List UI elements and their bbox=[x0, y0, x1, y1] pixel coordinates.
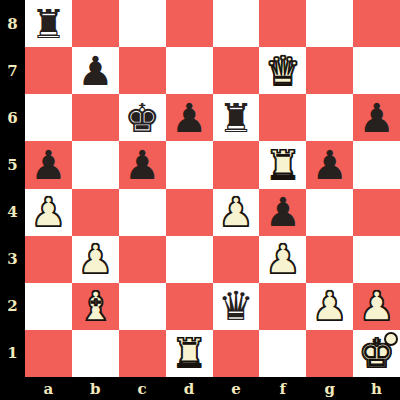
file-label-c: c bbox=[119, 377, 166, 400]
black-pawn-c5[interactable]: ♟ bbox=[124, 145, 160, 185]
square-f1[interactable] bbox=[259, 330, 306, 377]
square-h6[interactable]: ♟ bbox=[353, 94, 400, 141]
square-g3[interactable] bbox=[306, 236, 353, 283]
square-g6[interactable] bbox=[306, 94, 353, 141]
square-e1[interactable] bbox=[213, 330, 260, 377]
black-rook-a8[interactable]: ♜ bbox=[31, 4, 67, 44]
square-b5[interactable] bbox=[72, 141, 119, 188]
square-b3[interactable]: ♟ bbox=[72, 236, 119, 283]
square-g5[interactable]: ♟ bbox=[306, 141, 353, 188]
square-a8[interactable]: ♜ bbox=[25, 0, 72, 47]
white-pawn-a4[interactable]: ♟ bbox=[31, 192, 67, 232]
rank-label-5: 5 bbox=[0, 141, 25, 188]
file-label-g: g bbox=[306, 377, 353, 400]
square-a7[interactable] bbox=[25, 47, 72, 94]
square-a1[interactable] bbox=[25, 330, 72, 377]
square-a6[interactable] bbox=[25, 94, 72, 141]
black-pawn-h6[interactable]: ♟ bbox=[359, 98, 395, 138]
square-d6[interactable]: ♟ bbox=[166, 94, 213, 141]
white-rook-f5[interactable]: ♜ bbox=[265, 145, 301, 185]
black-rook-e6[interactable]: ♜ bbox=[218, 98, 254, 138]
square-g4[interactable] bbox=[306, 189, 353, 236]
square-f3[interactable]: ♟ bbox=[259, 236, 306, 283]
black-pawn-d6[interactable]: ♟ bbox=[171, 98, 207, 138]
white-rook-d1[interactable]: ♜ bbox=[171, 333, 207, 373]
square-f4[interactable]: ♟ bbox=[259, 189, 306, 236]
square-h8[interactable] bbox=[353, 0, 400, 47]
square-d5[interactable] bbox=[166, 141, 213, 188]
square-e3[interactable] bbox=[213, 236, 260, 283]
square-g8[interactable] bbox=[306, 0, 353, 47]
black-king-c6[interactable]: ♚ bbox=[124, 98, 160, 138]
square-g2[interactable]: ♟ bbox=[306, 283, 353, 330]
file-label-e: e bbox=[213, 377, 260, 400]
square-a5[interactable]: ♟ bbox=[25, 141, 72, 188]
square-h1[interactable]: ♚ bbox=[353, 330, 400, 377]
square-e8[interactable] bbox=[213, 0, 260, 47]
square-c3[interactable] bbox=[119, 236, 166, 283]
white-pawn-e4[interactable]: ♟ bbox=[218, 192, 254, 232]
square-e6[interactable]: ♜ bbox=[213, 94, 260, 141]
square-a4[interactable]: ♟ bbox=[25, 189, 72, 236]
black-queen-e2[interactable]: ♛ bbox=[218, 286, 254, 326]
square-b6[interactable] bbox=[72, 94, 119, 141]
white-pawn-g2[interactable]: ♟ bbox=[312, 286, 348, 326]
square-c1[interactable] bbox=[119, 330, 166, 377]
white-queen-f7[interactable]: ♛ bbox=[265, 51, 301, 91]
file-label-a: a bbox=[25, 377, 72, 400]
rank-label-4: 4 bbox=[0, 189, 25, 236]
white-pawn-h2[interactable]: ♟ bbox=[359, 286, 395, 326]
square-c8[interactable] bbox=[119, 0, 166, 47]
rank-label-6: 6 bbox=[0, 94, 25, 141]
white-pawn-b3[interactable]: ♟ bbox=[77, 239, 113, 279]
square-a3[interactable] bbox=[25, 236, 72, 283]
file-label-b: b bbox=[72, 377, 119, 400]
square-f7[interactable]: ♛ bbox=[259, 47, 306, 94]
square-e4[interactable]: ♟ bbox=[213, 189, 260, 236]
square-e2[interactable]: ♛ bbox=[213, 283, 260, 330]
black-pawn-a5[interactable]: ♟ bbox=[31, 145, 67, 185]
black-pawn-g5[interactable]: ♟ bbox=[312, 145, 348, 185]
square-g7[interactable] bbox=[306, 47, 353, 94]
square-f5[interactable]: ♜ bbox=[259, 141, 306, 188]
rank-label-3: 3 bbox=[0, 236, 25, 283]
square-d2[interactable] bbox=[166, 283, 213, 330]
square-c5[interactable]: ♟ bbox=[119, 141, 166, 188]
square-d1[interactable]: ♜ bbox=[166, 330, 213, 377]
chess-board: 8♜7♟♛6♚♟♜♟5♟♟♜♟4♟♟♟3♟♟2♝♛♟♟1♜♚abcdefgh bbox=[0, 0, 400, 400]
square-d3[interactable] bbox=[166, 236, 213, 283]
square-h2[interactable]: ♟ bbox=[353, 283, 400, 330]
square-h3[interactable] bbox=[353, 236, 400, 283]
square-b4[interactable] bbox=[72, 189, 119, 236]
square-c2[interactable] bbox=[119, 283, 166, 330]
square-h7[interactable] bbox=[353, 47, 400, 94]
board-corner bbox=[0, 377, 25, 400]
white-bishop-b2[interactable]: ♝ bbox=[77, 286, 113, 326]
square-b2[interactable]: ♝ bbox=[72, 283, 119, 330]
rank-label-8: 8 bbox=[0, 0, 25, 47]
file-label-h: h bbox=[353, 377, 400, 400]
square-c7[interactable] bbox=[119, 47, 166, 94]
square-h5[interactable] bbox=[353, 141, 400, 188]
square-c4[interactable] bbox=[119, 189, 166, 236]
square-f6[interactable] bbox=[259, 94, 306, 141]
square-b1[interactable] bbox=[72, 330, 119, 377]
square-a2[interactable] bbox=[25, 283, 72, 330]
side-to-move-dot bbox=[384, 332, 398, 346]
square-b7[interactable]: ♟ bbox=[72, 47, 119, 94]
white-pawn-f3[interactable]: ♟ bbox=[265, 239, 301, 279]
rank-label-1: 1 bbox=[0, 330, 25, 377]
black-pawn-f4[interactable]: ♟ bbox=[265, 192, 301, 232]
square-e7[interactable] bbox=[213, 47, 260, 94]
rank-label-2: 2 bbox=[0, 283, 25, 330]
black-pawn-b7[interactable]: ♟ bbox=[77, 51, 113, 91]
square-d8[interactable] bbox=[166, 0, 213, 47]
file-label-f: f bbox=[259, 377, 306, 400]
square-e5[interactable] bbox=[213, 141, 260, 188]
file-label-d: d bbox=[166, 377, 213, 400]
square-g1[interactable] bbox=[306, 330, 353, 377]
rank-label-7: 7 bbox=[0, 47, 25, 94]
square-b8[interactable] bbox=[72, 0, 119, 47]
square-f8[interactable] bbox=[259, 0, 306, 47]
square-c6[interactable]: ♚ bbox=[119, 94, 166, 141]
square-d7[interactable] bbox=[166, 47, 213, 94]
square-d4[interactable] bbox=[166, 189, 213, 236]
square-f2[interactable] bbox=[259, 283, 306, 330]
square-h4[interactable] bbox=[353, 189, 400, 236]
